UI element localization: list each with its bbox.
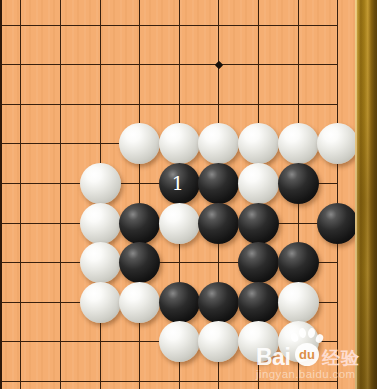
white-stone — [278, 282, 319, 323]
white-stone — [238, 123, 279, 164]
grid-line-horizontal — [0, 25, 338, 26]
grid-line-vertical — [337, 0, 338, 389]
grid-line-horizontal — [0, 64, 338, 65]
black-stone — [278, 242, 319, 283]
white-stone — [159, 123, 200, 164]
star-point — [215, 60, 223, 68]
white-stone — [238, 321, 279, 362]
white-stone — [119, 282, 160, 323]
white-stone — [238, 163, 279, 204]
white-stone — [80, 163, 121, 204]
go-board-screenshot: 1 Bai du 经验 jingyan.baidu.com — [0, 0, 377, 389]
grid-line-vertical — [139, 0, 140, 389]
black-stone — [238, 242, 279, 283]
black-stone — [238, 203, 279, 244]
white-stone — [80, 203, 121, 244]
black-stone — [119, 203, 160, 244]
black-stone — [317, 203, 358, 244]
white-stone — [278, 321, 319, 362]
grid-line-vertical — [20, 0, 21, 389]
white-stone — [317, 123, 358, 164]
white-stone — [198, 321, 239, 362]
black-stone — [198, 282, 239, 323]
grid-line-horizontal — [0, 381, 338, 382]
black-stone — [238, 282, 279, 323]
white-stone — [159, 203, 200, 244]
white-stone — [80, 282, 121, 323]
board-side-edge — [355, 0, 377, 389]
white-stone — [159, 321, 200, 362]
left-crop-border — [0, 0, 2, 389]
grid-line-horizontal — [0, 104, 338, 105]
black-stone — [198, 203, 239, 244]
black-stone — [119, 242, 160, 283]
white-stone — [278, 123, 319, 164]
black-stone — [159, 282, 200, 323]
black-stone — [278, 163, 319, 204]
white-stone — [198, 123, 239, 164]
move-number-label: 1 — [159, 163, 200, 204]
grid-line-vertical — [60, 0, 61, 389]
black-stone — [198, 163, 239, 204]
watermark-url: jingyan.baidu.com — [256, 368, 356, 380]
white-stone — [80, 242, 121, 283]
black-stone-move-1: 1 — [159, 163, 200, 204]
white-stone — [119, 123, 160, 164]
